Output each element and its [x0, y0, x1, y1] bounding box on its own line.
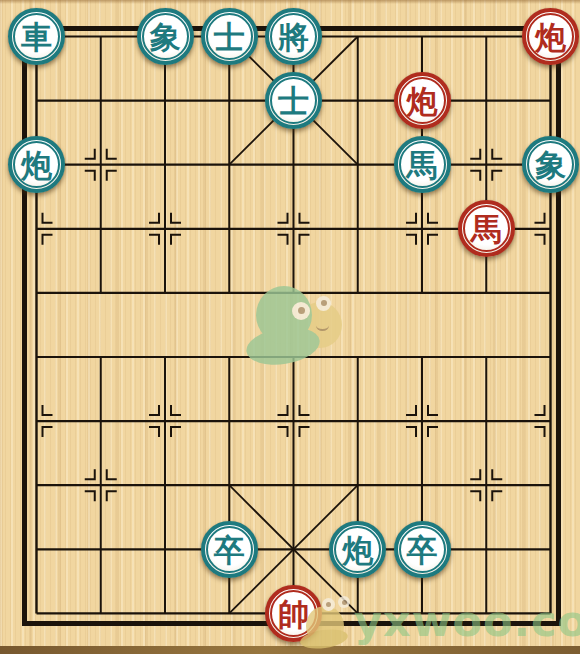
piece-glyph: 炮: [407, 86, 438, 117]
piece-glyph: 士: [278, 86, 309, 117]
piece-red-horse[interactable]: 馬: [458, 200, 515, 257]
piece-black-cannon[interactable]: 炮: [329, 521, 386, 578]
piece-red-king[interactable]: 帥: [265, 585, 322, 642]
piece-glyph: 卒: [407, 535, 438, 566]
piece-glyph: 帥: [278, 599, 309, 630]
snail-smile: [316, 320, 329, 331]
piece-glyph: 炮: [342, 535, 373, 566]
piece-glyph: 馬: [471, 214, 502, 245]
piece-glyph: 象: [535, 150, 566, 181]
xiangqi-board: 車象士將炮士炮炮馬象馬卒炮卒帥 yxwoo.com: [0, 0, 580, 654]
piece-black-soldier[interactable]: 卒: [394, 521, 451, 578]
piece-red-cannon[interactable]: 炮: [394, 72, 451, 129]
piece-glyph: 炮: [535, 22, 566, 53]
piece-black-advisor[interactable]: 士: [201, 8, 258, 65]
piece-black-general[interactable]: 將: [265, 8, 322, 65]
piece-glyph: 卒: [214, 535, 245, 566]
piece-black-cannon[interactable]: 炮: [8, 136, 65, 193]
piece-black-horse[interactable]: 馬: [394, 136, 451, 193]
piece-glyph: 馬: [407, 150, 438, 181]
snail-pupil: [321, 300, 327, 306]
piece-black-elephant[interactable]: 象: [522, 136, 579, 193]
piece-glyph: 將: [278, 22, 309, 53]
piece-glyph: 炮: [21, 150, 52, 181]
piece-black-chariot[interactable]: 車: [8, 8, 65, 65]
piece-black-advisor[interactable]: 士: [265, 72, 322, 129]
piece-glyph: 象: [150, 22, 181, 53]
piece-black-elephant[interactable]: 象: [137, 8, 194, 65]
piece-red-cannon[interactable]: 炮: [522, 8, 579, 65]
piece-glyph: 車: [21, 22, 52, 53]
piece-black-soldier[interactable]: 卒: [201, 521, 258, 578]
snail-pupil: [298, 307, 305, 314]
board-edge: [0, 646, 580, 654]
piece-glyph: 士: [214, 22, 245, 53]
snail-mascot: [248, 284, 348, 368]
